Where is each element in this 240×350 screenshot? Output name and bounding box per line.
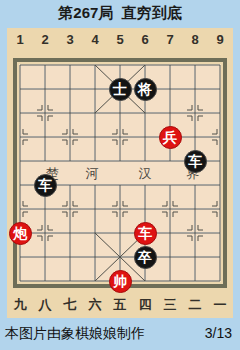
pieces-layer: 士将兵车车炮车卒帅 (8, 53, 233, 293)
file-label-bottom: 八 (33, 296, 58, 314)
page-indicator: 3/13 (205, 325, 232, 341)
piece-black-chariot: 车 (34, 174, 57, 197)
file-label-bottom: 二 (183, 296, 208, 314)
file-label-bottom: 五 (108, 296, 133, 314)
file-label-bottom: 三 (158, 296, 183, 314)
file-labels-bottom: 九八七六五四三二一 (8, 296, 233, 314)
page-title: 第267局 直穷到底 (0, 4, 240, 23)
piece-red-soldier: 兵 (159, 126, 182, 149)
piece-red-general: 帅 (109, 270, 132, 293)
file-label-bottom: 六 (83, 296, 108, 314)
piece-red-cannon: 炮 (9, 222, 32, 245)
xiangqi-board: 123456789 楚河汉界 士将兵车车炮车卒帅 九八七六五四三二一 (7, 28, 233, 318)
piece-black-chariot: 车 (184, 150, 207, 173)
piece-black-general: 将 (134, 78, 157, 101)
file-label-bottom: 四 (133, 296, 158, 314)
piece-red-chariot: 车 (134, 222, 157, 245)
credit-text: 本图片由象棋娘娘制作 (5, 325, 145, 343)
piece-black-advisor: 士 (109, 78, 132, 101)
file-label-bottom: 七 (58, 296, 83, 314)
xiangqi-puzzle-page: 第267局 直穷到底 123456789 楚河汉界 士将兵车车炮车卒帅 九八七六… (0, 0, 240, 350)
piece-black-soldier: 卒 (134, 246, 157, 269)
file-label-bottom: 九 (8, 296, 33, 314)
file-label-bottom: 一 (208, 296, 233, 314)
